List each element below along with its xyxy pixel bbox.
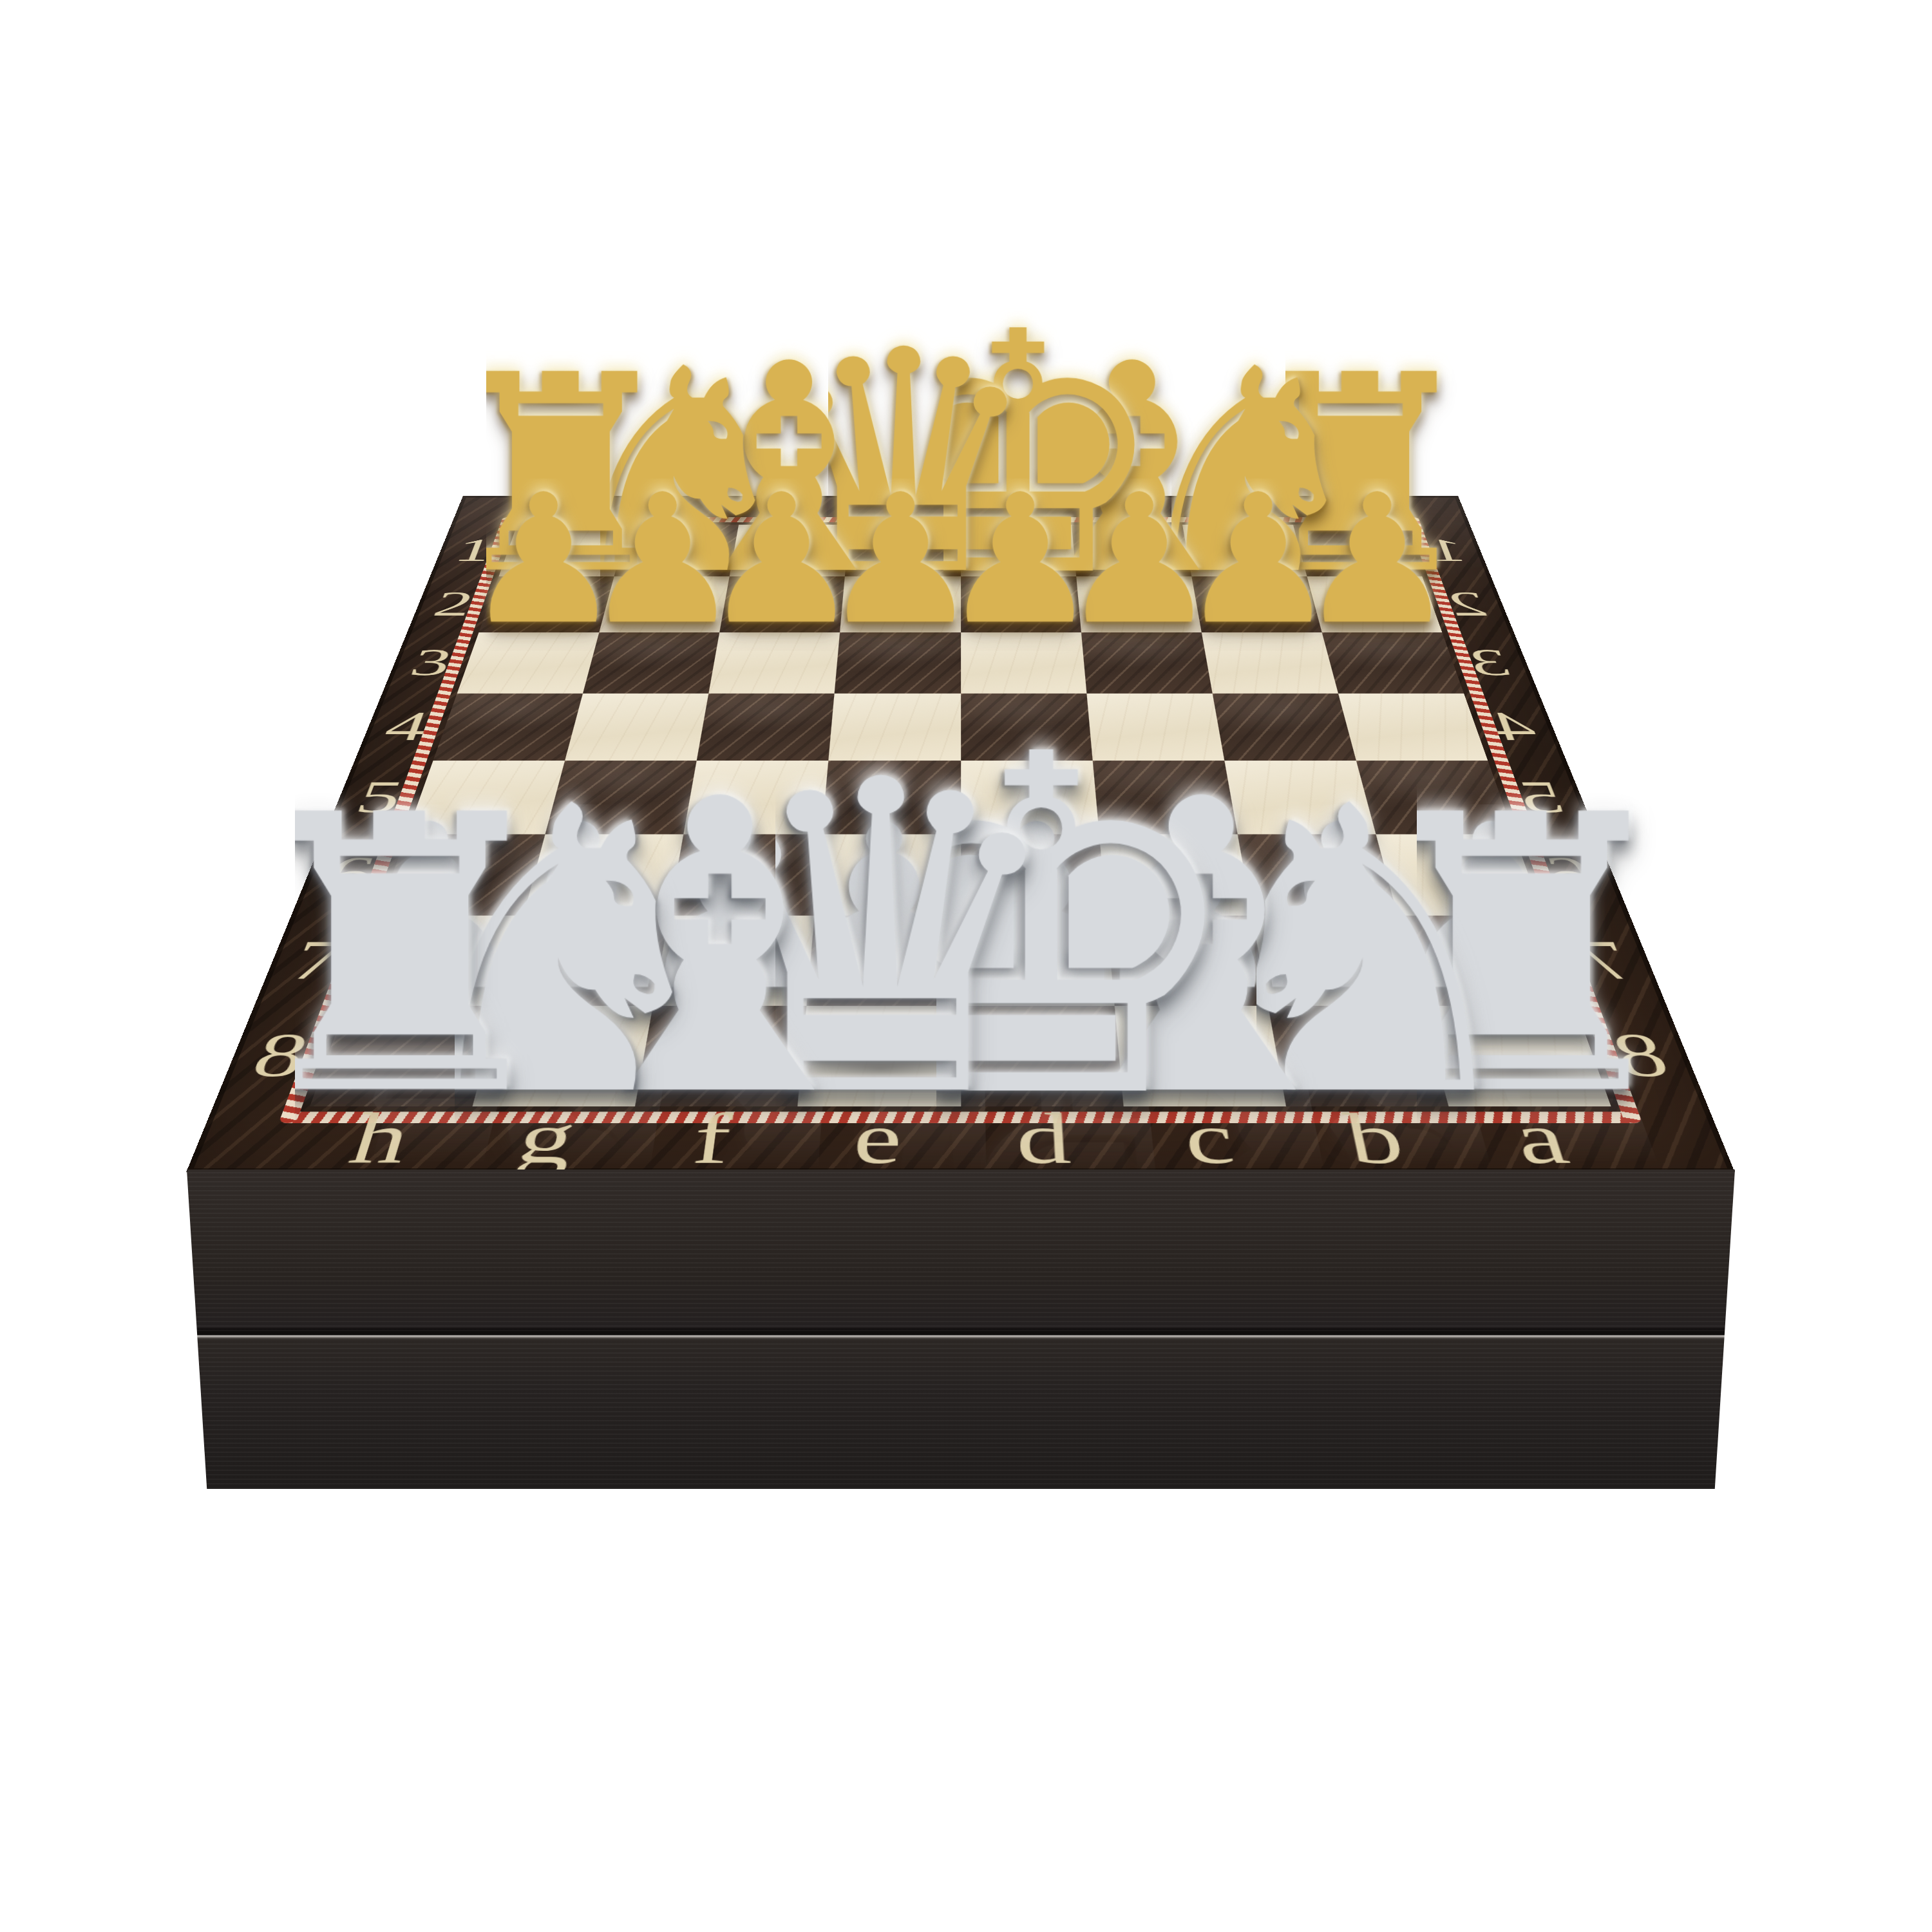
piece-reflection: ♟ xyxy=(1180,614,1346,652)
piece-reflection: ♟ xyxy=(575,614,741,652)
storage-box-front xyxy=(187,1170,1735,1489)
piece-reflection: ♟ xyxy=(1061,614,1224,652)
product-photo-scene: 1122334455667788hgfedcba ♜♜♞♞♝♝♚♚♛♛♝♝♞♞♜… xyxy=(0,0,1932,1932)
board-top-face: 1122334455667788hgfedcba ♜♜♞♞♝♝♚♚♛♛♝♝♞♞♜… xyxy=(186,496,1735,1172)
piece-reflection: ♟ xyxy=(942,614,1101,652)
piece-reflection: ♟ xyxy=(453,614,622,652)
piece-reflection: ♟ xyxy=(819,614,979,652)
piece-reflection: ♟ xyxy=(697,614,860,652)
piece-silver-rook-h8[interactable]: ♜ xyxy=(295,782,505,1079)
pieces-layer: ♜♜♞♞♝♝♚♚♛♛♝♝♞♞♜♜♟♟♟♟♟♟♟♟♟♟♟♟♟♟♟♟♟♟♟♟♟♟♟♟… xyxy=(186,496,1735,1172)
piece-reflection: ♟ xyxy=(1299,614,1468,652)
piece-gold-pawn-h2[interactable]: ♟ xyxy=(466,478,621,618)
